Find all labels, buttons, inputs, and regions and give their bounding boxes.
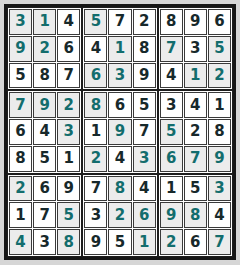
- cell-r6c3[interactable]: 1: [57, 146, 80, 172]
- cell-r4c3[interactable]: 2: [57, 92, 80, 118]
- cell-r1c3[interactable]: 4: [57, 9, 80, 35]
- cell-r3c7[interactable]: 4: [160, 63, 183, 89]
- block-3-3: 153984267: [158, 174, 233, 257]
- cell-r2c9[interactable]: 5: [208, 36, 231, 62]
- cell-r4c5[interactable]: 6: [108, 92, 131, 118]
- cell-r9c1[interactable]: 4: [9, 229, 32, 255]
- cell-r6c6[interactable]: 3: [133, 146, 156, 172]
- cell-r9c6[interactable]: 1: [133, 229, 156, 255]
- cell-r8c9[interactable]: 4: [208, 202, 231, 228]
- cell-r5c4[interactable]: 1: [84, 119, 107, 145]
- cell-r1c2[interactable]: 1: [33, 9, 56, 35]
- cell-r4c1[interactable]: 7: [9, 92, 32, 118]
- cell-r4c4[interactable]: 8: [84, 92, 107, 118]
- cell-r3c1[interactable]: 5: [9, 63, 32, 89]
- cell-r8c3[interactable]: 5: [57, 202, 80, 228]
- cell-r7c7[interactable]: 1: [160, 176, 183, 202]
- cell-r3c5[interactable]: 3: [108, 63, 131, 89]
- cell-r2c1[interactable]: 9: [9, 36, 32, 62]
- cell-r8c1[interactable]: 1: [9, 202, 32, 228]
- cell-r9c8[interactable]: 6: [184, 229, 207, 255]
- cell-r2c2[interactable]: 2: [33, 36, 56, 62]
- cell-r7c3[interactable]: 9: [57, 176, 80, 202]
- cell-r4c9[interactable]: 1: [208, 92, 231, 118]
- cell-r6c4[interactable]: 2: [84, 146, 107, 172]
- cell-r7c4[interactable]: 7: [84, 176, 107, 202]
- cell-r2c3[interactable]: 6: [57, 36, 80, 62]
- block-3-2: 784326951: [82, 174, 157, 257]
- block-3-1: 269175438: [7, 174, 82, 257]
- cell-r1c6[interactable]: 2: [133, 9, 156, 35]
- cell-r5c9[interactable]: 8: [208, 119, 231, 145]
- block-1-1: 314926587: [7, 7, 82, 90]
- cell-r7c8[interactable]: 5: [184, 176, 207, 202]
- cell-r9c5[interactable]: 5: [108, 229, 131, 255]
- cell-r8c2[interactable]: 7: [33, 202, 56, 228]
- cell-r9c3[interactable]: 8: [57, 229, 80, 255]
- sudoku-board: 3149265875724186398967354127926438518651…: [4, 4, 236, 260]
- cell-r8c5[interactable]: 2: [108, 202, 131, 228]
- cell-r8c6[interactable]: 6: [133, 202, 156, 228]
- cell-r1c7[interactable]: 8: [160, 9, 183, 35]
- cell-r2c5[interactable]: 1: [108, 36, 131, 62]
- cell-r3c3[interactable]: 7: [57, 63, 80, 89]
- cell-r5c2[interactable]: 4: [33, 119, 56, 145]
- cell-r5c6[interactable]: 7: [133, 119, 156, 145]
- cell-r1c8[interactable]: 9: [184, 9, 207, 35]
- cell-r4c7[interactable]: 3: [160, 92, 183, 118]
- cell-r7c2[interactable]: 6: [33, 176, 56, 202]
- cell-r6c7[interactable]: 6: [160, 146, 183, 172]
- cell-r2c7[interactable]: 7: [160, 36, 183, 62]
- cell-r3c4[interactable]: 6: [84, 63, 107, 89]
- cell-r9c4[interactable]: 9: [84, 229, 107, 255]
- cell-r6c5[interactable]: 4: [108, 146, 131, 172]
- cell-r1c5[interactable]: 7: [108, 9, 131, 35]
- cell-r2c4[interactable]: 4: [84, 36, 107, 62]
- cell-r6c2[interactable]: 5: [33, 146, 56, 172]
- cell-r7c1[interactable]: 2: [9, 176, 32, 202]
- cell-r6c8[interactable]: 7: [184, 146, 207, 172]
- cell-r1c9[interactable]: 6: [208, 9, 231, 35]
- cell-r9c9[interactable]: 7: [208, 229, 231, 255]
- block-2-3: 341528679: [158, 90, 233, 173]
- cell-r9c2[interactable]: 3: [33, 229, 56, 255]
- cell-r3c8[interactable]: 1: [184, 63, 207, 89]
- cell-r6c1[interactable]: 8: [9, 146, 32, 172]
- cell-r7c5[interactable]: 8: [108, 176, 131, 202]
- cell-r5c3[interactable]: 3: [57, 119, 80, 145]
- block-1-2: 572418639: [82, 7, 157, 90]
- cell-r5c1[interactable]: 6: [9, 119, 32, 145]
- cell-r1c4[interactable]: 5: [84, 9, 107, 35]
- cell-r5c5[interactable]: 9: [108, 119, 131, 145]
- cell-r4c2[interactable]: 9: [33, 92, 56, 118]
- cell-r3c6[interactable]: 9: [133, 63, 156, 89]
- cell-r9c7[interactable]: 2: [160, 229, 183, 255]
- cell-r1c1[interactable]: 3: [9, 9, 32, 35]
- page: 3149265875724186398967354127926438518651…: [0, 0, 240, 265]
- cell-r3c9[interactable]: 2: [208, 63, 231, 89]
- cell-r7c6[interactable]: 4: [133, 176, 156, 202]
- cell-r2c6[interactable]: 8: [133, 36, 156, 62]
- block-2-1: 792643851: [7, 90, 82, 173]
- cell-r5c8[interactable]: 2: [184, 119, 207, 145]
- cell-r4c8[interactable]: 4: [184, 92, 207, 118]
- cell-r8c7[interactable]: 9: [160, 202, 183, 228]
- block-2-2: 865197243: [82, 90, 157, 173]
- cell-r8c8[interactable]: 8: [184, 202, 207, 228]
- cell-r4c6[interactable]: 5: [133, 92, 156, 118]
- cell-r7c9[interactable]: 3: [208, 176, 231, 202]
- cell-r2c8[interactable]: 3: [184, 36, 207, 62]
- cell-r8c4[interactable]: 3: [84, 202, 107, 228]
- cell-r6c9[interactable]: 9: [208, 146, 231, 172]
- block-1-3: 896735412: [158, 7, 233, 90]
- cell-r5c7[interactable]: 5: [160, 119, 183, 145]
- cell-r3c2[interactable]: 8: [33, 63, 56, 89]
